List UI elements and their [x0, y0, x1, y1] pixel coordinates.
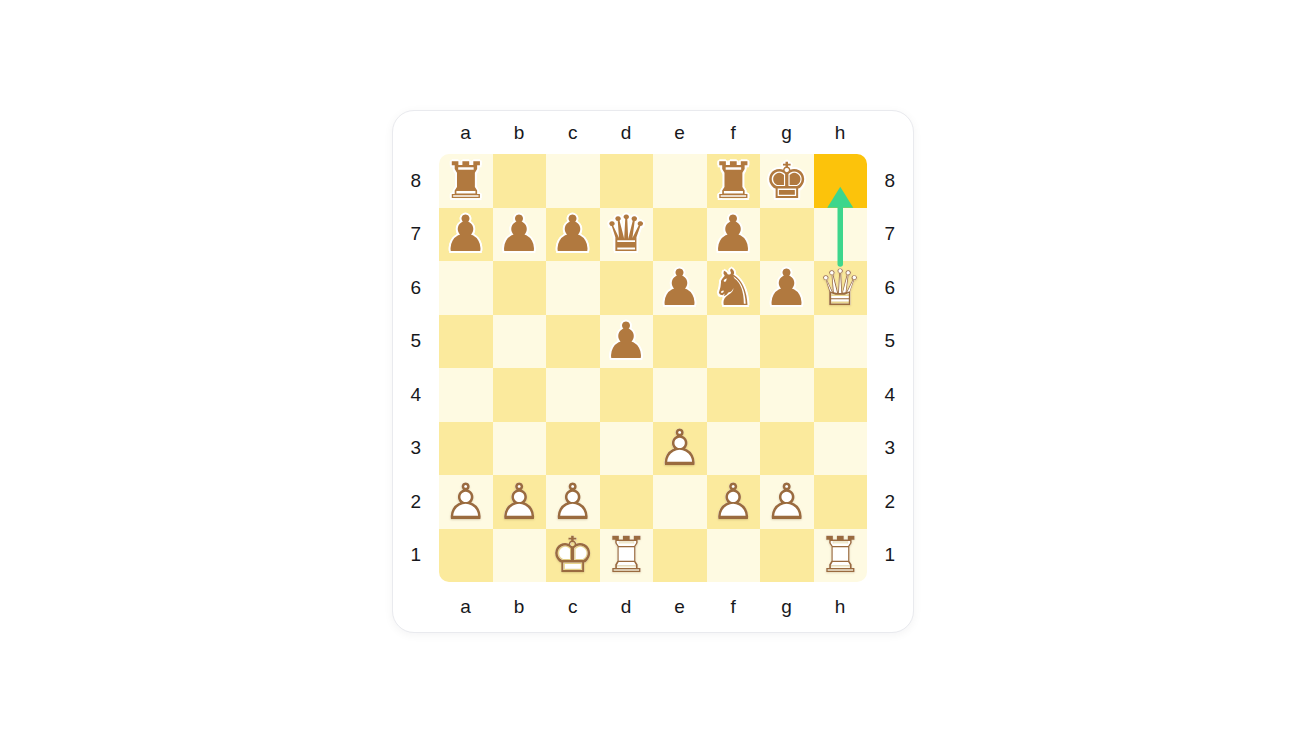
black-rook[interactable]: ♜	[707, 154, 761, 208]
rank-label: 5	[867, 315, 913, 369]
black-pawn[interactable]: ♟	[760, 261, 814, 315]
rank-label: 6	[867, 261, 913, 315]
file-label: d	[600, 111, 654, 154]
square-c3[interactable]	[546, 422, 600, 476]
white-pawn[interactable]: ♟♙	[493, 475, 547, 529]
white-pawn[interactable]: ♟♙	[760, 475, 814, 529]
square-g4[interactable]	[760, 368, 814, 422]
square-b1[interactable]	[493, 529, 547, 583]
white-pawn[interactable]: ♟♙	[653, 422, 707, 476]
piece-glyph: ♟	[600, 315, 654, 369]
piece-glyph: ♟	[493, 208, 547, 262]
square-e4[interactable]	[653, 368, 707, 422]
piece-glyph: ♜	[814, 529, 868, 583]
piece-glyph: ♚	[546, 529, 600, 583]
white-queen[interactable]: ♛♕	[814, 261, 868, 315]
piece-glyph: ♞	[707, 261, 761, 315]
square-b8[interactable]	[493, 154, 547, 208]
square-a4[interactable]	[439, 368, 493, 422]
square-f4[interactable]	[707, 368, 761, 422]
square-e7[interactable]	[653, 208, 707, 262]
piece-outline-glyph: ♙	[760, 475, 814, 529]
square-e6[interactable]: ♟	[653, 261, 707, 315]
square-d8[interactable]	[600, 154, 654, 208]
rank-label: 3	[867, 422, 913, 476]
square-f6[interactable]: ♞	[707, 261, 761, 315]
square-e5[interactable]	[653, 315, 707, 369]
square-e1[interactable]	[653, 529, 707, 583]
piece-outline-glyph: ♙	[546, 475, 600, 529]
rank-label: 5	[393, 315, 439, 369]
piece-glyph: ♜	[600, 529, 654, 583]
piece-glyph: ♟	[760, 475, 814, 529]
black-pawn[interactable]: ♟	[493, 208, 547, 262]
piece-glyph: ♜	[439, 154, 493, 208]
rank-label: 8	[867, 154, 913, 208]
piece-glyph: ♟	[653, 261, 707, 315]
black-king[interactable]: ♚	[760, 154, 814, 208]
square-h8[interactable]	[814, 154, 868, 208]
rank-label: 6	[393, 261, 439, 315]
square-a3[interactable]	[439, 422, 493, 476]
piece-outline-glyph: ♙	[653, 422, 707, 476]
piece-glyph: ♟	[707, 208, 761, 262]
piece-glyph: ♟	[439, 208, 493, 262]
square-d2[interactable]	[600, 475, 654, 529]
square-h5[interactable]	[814, 315, 868, 369]
square-c5[interactable]	[546, 315, 600, 369]
square-h3[interactable]	[814, 422, 868, 476]
file-label: b	[493, 111, 547, 154]
board-frame: abcdefgh 87654321 ♜♜♚♟♟♟♛♟♟♞♟♛♕♟♟♙♟♙♟♙♟♙…	[393, 111, 913, 632]
square-g3[interactable]	[760, 422, 814, 476]
white-pawn[interactable]: ♟♙	[439, 475, 493, 529]
piece-outline-glyph: ♙	[439, 475, 493, 529]
rank-label: 2	[393, 475, 439, 529]
rank-label: 1	[867, 529, 913, 583]
square-c1[interactable]: ♚♔	[546, 529, 600, 583]
white-pawn[interactable]: ♟♙	[707, 475, 761, 529]
square-g6[interactable]: ♟	[760, 261, 814, 315]
square-d5[interactable]: ♟	[600, 315, 654, 369]
rank-label: 4	[393, 368, 439, 422]
rank-labels-left: 87654321	[393, 154, 439, 582]
chess-board: ♜♜♚♟♟♟♛♟♟♞♟♛♕♟♟♙♟♙♟♙♟♙♟♙♟♙♚♔♜♖♜♖	[439, 154, 867, 582]
piece-outline-glyph: ♖	[814, 529, 868, 583]
white-king[interactable]: ♚♔	[546, 529, 600, 583]
square-f3[interactable]	[707, 422, 761, 476]
square-a7[interactable]: ♟	[439, 208, 493, 262]
square-h7[interactable]	[814, 208, 868, 262]
piece-outline-glyph: ♕	[814, 261, 868, 315]
black-pawn[interactable]: ♟	[707, 208, 761, 262]
black-rook[interactable]: ♜	[439, 154, 493, 208]
black-knight[interactable]: ♞	[707, 261, 761, 315]
square-a6[interactable]	[439, 261, 493, 315]
file-label: g	[760, 582, 814, 632]
square-d1[interactable]: ♜♖	[600, 529, 654, 583]
file-labels-bottom: abcdefgh	[439, 582, 867, 632]
square-e3[interactable]: ♟♙	[653, 422, 707, 476]
black-pawn[interactable]: ♟	[546, 208, 600, 262]
black-pawn[interactable]: ♟	[439, 208, 493, 262]
square-a5[interactable]	[439, 315, 493, 369]
file-label: d	[600, 582, 654, 632]
black-pawn[interactable]: ♟	[653, 261, 707, 315]
square-d4[interactable]	[600, 368, 654, 422]
piece-glyph: ♟	[439, 475, 493, 529]
square-h2[interactable]	[814, 475, 868, 529]
square-e8[interactable]	[653, 154, 707, 208]
file-labels-top: abcdefgh	[439, 111, 867, 154]
piece-glyph: ♜	[707, 154, 761, 208]
rank-label: 7	[867, 208, 913, 262]
file-label: a	[439, 111, 493, 154]
square-d3[interactable]	[600, 422, 654, 476]
white-rook[interactable]: ♜♖	[600, 529, 654, 583]
square-g5[interactable]	[760, 315, 814, 369]
rank-label: 2	[867, 475, 913, 529]
square-b3[interactable]	[493, 422, 547, 476]
square-b2[interactable]: ♟♙	[493, 475, 547, 529]
square-b7[interactable]: ♟	[493, 208, 547, 262]
square-b6[interactable]	[493, 261, 547, 315]
piece-glyph: ♛	[814, 261, 868, 315]
square-c6[interactable]	[546, 261, 600, 315]
chess-board-card: abcdefgh 87654321 ♜♜♚♟♟♟♛♟♟♞♟♛♕♟♟♙♟♙♟♙♟♙…	[392, 110, 914, 633]
rank-label: 7	[393, 208, 439, 262]
piece-glyph: ♟	[546, 475, 600, 529]
rank-label: 3	[393, 422, 439, 476]
piece-outline-glyph: ♙	[493, 475, 547, 529]
square-c7[interactable]: ♟	[546, 208, 600, 262]
square-c2[interactable]: ♟♙	[546, 475, 600, 529]
square-a8[interactable]: ♜	[439, 154, 493, 208]
square-g2[interactable]: ♟♙	[760, 475, 814, 529]
square-a2[interactable]: ♟♙	[439, 475, 493, 529]
piece-glyph: ♟	[493, 475, 547, 529]
file-label: f	[707, 111, 761, 154]
file-label: g	[760, 111, 814, 154]
square-g1[interactable]	[760, 529, 814, 583]
square-c8[interactable]	[546, 154, 600, 208]
file-label: c	[546, 582, 600, 632]
piece-glyph: ♟	[653, 422, 707, 476]
square-f8[interactable]: ♜	[707, 154, 761, 208]
file-label: h	[814, 111, 868, 154]
black-pawn[interactable]: ♟	[600, 315, 654, 369]
file-label: b	[493, 582, 547, 632]
file-label: e	[653, 111, 707, 154]
black-queen[interactable]: ♛	[600, 208, 654, 262]
piece-glyph: ♚	[760, 154, 814, 208]
rank-labels-right: 87654321	[867, 154, 913, 582]
square-b5[interactable]	[493, 315, 547, 369]
rank-label: 4	[867, 368, 913, 422]
square-d7[interactable]: ♛	[600, 208, 654, 262]
square-f5[interactable]	[707, 315, 761, 369]
piece-outline-glyph: ♔	[546, 529, 600, 583]
piece-glyph: ♟	[707, 475, 761, 529]
square-f7[interactable]: ♟	[707, 208, 761, 262]
square-b4[interactable]	[493, 368, 547, 422]
square-g8[interactable]: ♚	[760, 154, 814, 208]
piece-glyph: ♟	[760, 261, 814, 315]
piece-outline-glyph: ♙	[707, 475, 761, 529]
square-f2[interactable]: ♟♙	[707, 475, 761, 529]
file-label: e	[653, 582, 707, 632]
rank-label: 1	[393, 529, 439, 583]
file-label: h	[814, 582, 868, 632]
square-c4[interactable]	[546, 368, 600, 422]
square-g7[interactable]	[760, 208, 814, 262]
piece-glyph: ♛	[600, 208, 654, 262]
piece-glyph: ♟	[546, 208, 600, 262]
file-label: f	[707, 582, 761, 632]
square-h6[interactable]: ♛♕	[814, 261, 868, 315]
white-rook[interactable]: ♜♖	[814, 529, 868, 583]
white-pawn[interactable]: ♟♙	[546, 475, 600, 529]
square-e2[interactable]	[653, 475, 707, 529]
square-h4[interactable]	[814, 368, 868, 422]
square-h1[interactable]: ♜♖	[814, 529, 868, 583]
file-label: c	[546, 111, 600, 154]
square-d6[interactable]	[600, 261, 654, 315]
square-a1[interactable]	[439, 529, 493, 583]
rank-label: 8	[393, 154, 439, 208]
piece-outline-glyph: ♖	[600, 529, 654, 583]
square-f1[interactable]	[707, 529, 761, 583]
file-label: a	[439, 582, 493, 632]
